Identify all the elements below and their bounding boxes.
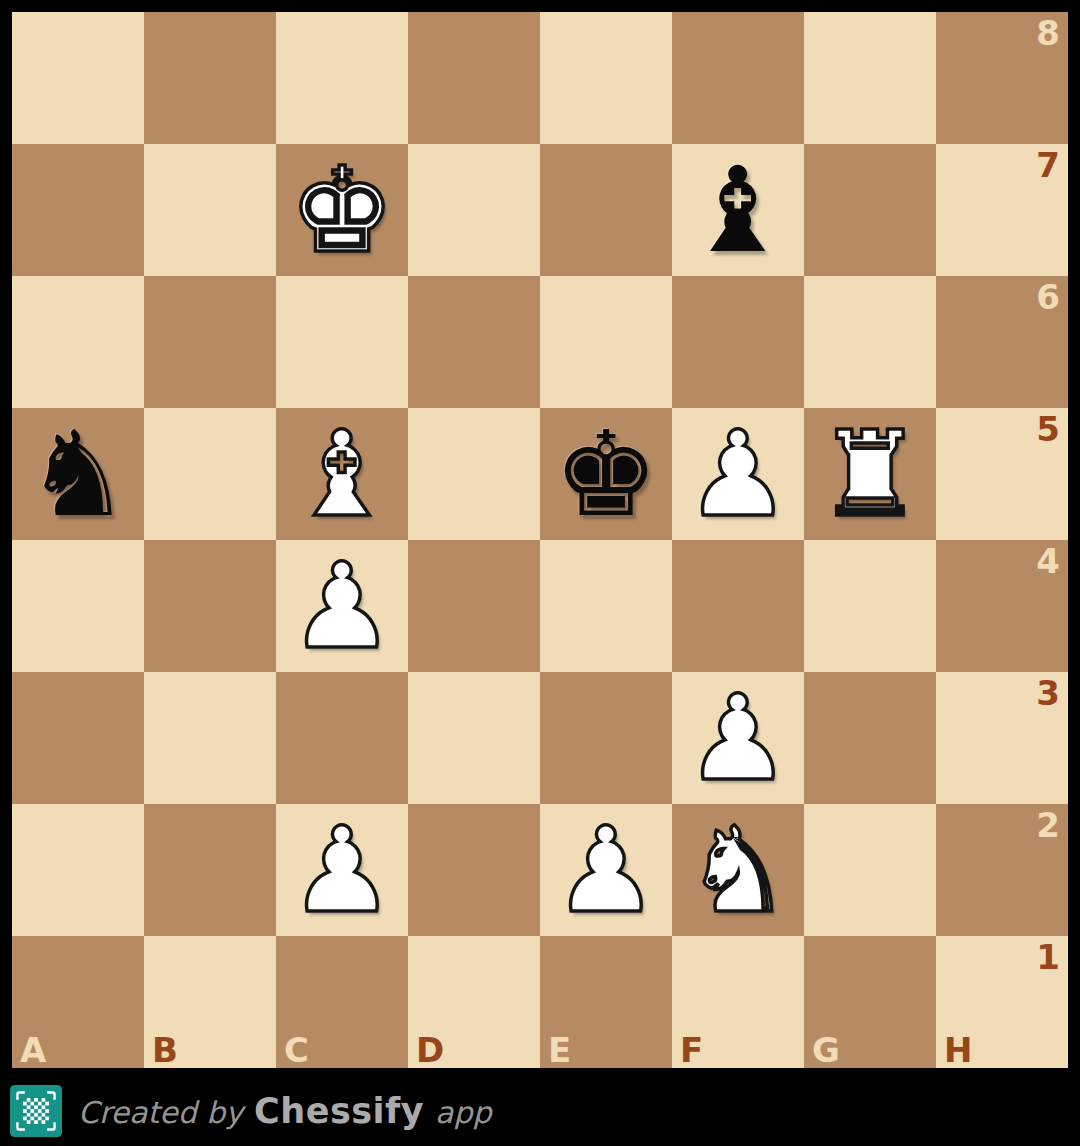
file-label-f: F bbox=[680, 1033, 703, 1067]
square-b1[interactable]: B bbox=[144, 936, 276, 1068]
square-b5[interactable] bbox=[144, 408, 276, 540]
rank-label-5: 5 bbox=[1036, 412, 1060, 446]
file-label-b: B bbox=[152, 1033, 178, 1067]
square-a1[interactable]: A bbox=[12, 936, 144, 1068]
piece-white-pawn: ♟ bbox=[276, 804, 408, 936]
square-d3[interactable] bbox=[408, 672, 540, 804]
chessify-scan-board-icon bbox=[10, 1085, 62, 1137]
square-e7[interactable] bbox=[540, 144, 672, 276]
square-h3[interactable]: 3 bbox=[936, 672, 1068, 804]
square-h7[interactable]: 7 bbox=[936, 144, 1068, 276]
square-d7[interactable] bbox=[408, 144, 540, 276]
chess-board: 8♚♝76♞♝♚♟♜5♟4♟3♟♟♞2ABCDEFG1H bbox=[12, 12, 1068, 1068]
app-name-text: Chessify bbox=[254, 1091, 424, 1131]
piece-white-pawn: ♟ bbox=[540, 804, 672, 936]
square-b7[interactable] bbox=[144, 144, 276, 276]
square-c7[interactable]: ♚ bbox=[276, 144, 408, 276]
piece-white-king: ♚ bbox=[276, 144, 408, 276]
square-a7[interactable] bbox=[12, 144, 144, 276]
rank-label-3: 3 bbox=[1036, 676, 1060, 710]
square-c8[interactable] bbox=[276, 12, 408, 144]
square-a6[interactable] bbox=[12, 276, 144, 408]
piece-white-pawn: ♟ bbox=[672, 672, 804, 804]
square-g3[interactable] bbox=[804, 672, 936, 804]
square-h5[interactable]: 5 bbox=[936, 408, 1068, 540]
square-e5[interactable]: ♚ bbox=[540, 408, 672, 540]
square-a8[interactable] bbox=[12, 12, 144, 144]
square-b3[interactable] bbox=[144, 672, 276, 804]
rank-label-2: 2 bbox=[1036, 808, 1060, 842]
square-d5[interactable] bbox=[408, 408, 540, 540]
square-c1[interactable]: C bbox=[276, 936, 408, 1068]
piece-white-bishop: ♝ bbox=[276, 408, 408, 540]
piece-white-pawn: ♟ bbox=[672, 408, 804, 540]
piece-black-knight: ♞ bbox=[12, 408, 144, 540]
footer-credit: Created by Chessify app bbox=[78, 1091, 492, 1131]
square-a2[interactable] bbox=[12, 804, 144, 936]
square-h2[interactable]: 2 bbox=[936, 804, 1068, 936]
footer-bar: Created by Chessify app bbox=[0, 1068, 1080, 1146]
square-a4[interactable] bbox=[12, 540, 144, 672]
square-g5[interactable]: ♜ bbox=[804, 408, 936, 540]
square-f8[interactable] bbox=[672, 12, 804, 144]
square-b8[interactable] bbox=[144, 12, 276, 144]
square-g7[interactable] bbox=[804, 144, 936, 276]
square-f2[interactable]: ♞ bbox=[672, 804, 804, 936]
board-frame: 8♚♝76♞♝♚♟♜5♟4♟3♟♟♞2ABCDEFG1H bbox=[0, 0, 1080, 1068]
square-f5[interactable]: ♟ bbox=[672, 408, 804, 540]
square-h8[interactable]: 8 bbox=[936, 12, 1068, 144]
square-g6[interactable] bbox=[804, 276, 936, 408]
rank-label-4: 4 bbox=[1036, 544, 1060, 578]
rank-label-1: 1 bbox=[1036, 940, 1060, 974]
square-d4[interactable] bbox=[408, 540, 540, 672]
file-label-e: E bbox=[548, 1033, 571, 1067]
file-label-d: D bbox=[416, 1033, 444, 1067]
square-b6[interactable] bbox=[144, 276, 276, 408]
rank-label-6: 6 bbox=[1036, 280, 1060, 314]
square-d2[interactable] bbox=[408, 804, 540, 936]
square-g8[interactable] bbox=[804, 12, 936, 144]
square-f6[interactable] bbox=[672, 276, 804, 408]
square-c6[interactable] bbox=[276, 276, 408, 408]
square-e2[interactable]: ♟ bbox=[540, 804, 672, 936]
square-g4[interactable] bbox=[804, 540, 936, 672]
square-d1[interactable]: D bbox=[408, 936, 540, 1068]
piece-black-bishop: ♝ bbox=[672, 144, 804, 276]
rank-label-8: 8 bbox=[1036, 16, 1060, 50]
square-c2[interactable]: ♟ bbox=[276, 804, 408, 936]
square-f7[interactable]: ♝ bbox=[672, 144, 804, 276]
piece-black-king: ♚ bbox=[540, 408, 672, 540]
file-label-g: G bbox=[812, 1033, 840, 1067]
file-label-c: C bbox=[284, 1033, 309, 1067]
file-label-h: H bbox=[944, 1033, 972, 1067]
square-f4[interactable] bbox=[672, 540, 804, 672]
rank-label-7: 7 bbox=[1036, 148, 1060, 182]
square-c5[interactable]: ♝ bbox=[276, 408, 408, 540]
square-f3[interactable]: ♟ bbox=[672, 672, 804, 804]
file-label-a: A bbox=[20, 1033, 46, 1067]
app-suffix-text: app bbox=[435, 1095, 491, 1130]
piece-white-knight: ♞ bbox=[672, 804, 804, 936]
square-g1[interactable]: G bbox=[804, 936, 936, 1068]
square-g2[interactable] bbox=[804, 804, 936, 936]
square-a3[interactable] bbox=[12, 672, 144, 804]
square-e8[interactable] bbox=[540, 12, 672, 144]
square-e4[interactable] bbox=[540, 540, 672, 672]
square-e3[interactable] bbox=[540, 672, 672, 804]
square-h6[interactable]: 6 bbox=[936, 276, 1068, 408]
square-h1[interactable]: 1H bbox=[936, 936, 1068, 1068]
square-c3[interactable] bbox=[276, 672, 408, 804]
square-d8[interactable] bbox=[408, 12, 540, 144]
piece-white-pawn: ♟ bbox=[276, 540, 408, 672]
square-e6[interactable] bbox=[540, 276, 672, 408]
square-a5[interactable]: ♞ bbox=[12, 408, 144, 540]
square-b4[interactable] bbox=[144, 540, 276, 672]
piece-white-rook: ♜ bbox=[804, 408, 936, 540]
square-h4[interactable]: 4 bbox=[936, 540, 1068, 672]
created-by-text: Created by bbox=[78, 1095, 243, 1130]
square-b2[interactable] bbox=[144, 804, 276, 936]
square-c4[interactable]: ♟ bbox=[276, 540, 408, 672]
square-f1[interactable]: F bbox=[672, 936, 804, 1068]
square-e1[interactable]: E bbox=[540, 936, 672, 1068]
square-d6[interactable] bbox=[408, 276, 540, 408]
